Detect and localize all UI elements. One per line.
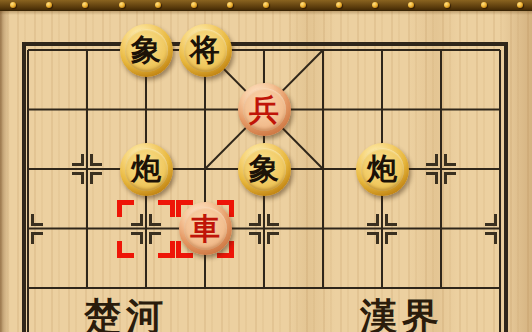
- board-point[interactable]: [294, 199, 353, 259]
- board-point[interactable]: [176, 258, 235, 318]
- last-move-highlight: [117, 200, 175, 258]
- board-point[interactable]: 兵: [235, 80, 294, 140]
- marker-corner: [444, 172, 456, 184]
- piece-glyph: 象: [125, 29, 168, 72]
- nail-icon: [372, 2, 378, 8]
- board: 象将兵炮象炮車: [0, 20, 530, 318]
- marker-corner: [72, 172, 84, 184]
- nail-icon: [10, 2, 16, 8]
- nail-icon: [82, 2, 88, 8]
- board-point[interactable]: 将: [176, 20, 235, 80]
- board-point[interactable]: [176, 139, 235, 199]
- board-point[interactable]: [0, 20, 58, 80]
- point-marker-icon: [425, 153, 457, 185]
- board-point[interactable]: [294, 258, 353, 318]
- piece-black-cannon[interactable]: 炮: [120, 143, 173, 196]
- board-point[interactable]: [471, 80, 530, 140]
- marker-corner: [367, 214, 379, 226]
- nail-icon: [263, 2, 269, 8]
- board-point[interactable]: [0, 199, 58, 259]
- piece-black-elephant[interactable]: 象: [120, 24, 173, 77]
- board-point[interactable]: [471, 199, 530, 259]
- marker-corner: [90, 154, 102, 166]
- board-point[interactable]: [0, 80, 58, 140]
- marker-corner: [485, 232, 497, 244]
- board-point[interactable]: [0, 258, 58, 318]
- board-point[interactable]: [471, 139, 530, 199]
- marker-corner: [367, 232, 379, 244]
- marker-corner: [385, 232, 397, 244]
- board-point[interactable]: [235, 20, 294, 80]
- board-point[interactable]: [412, 20, 471, 80]
- board-point[interactable]: [471, 258, 530, 318]
- marker-corner: [267, 232, 279, 244]
- piece-red-soldier[interactable]: 兵: [238, 83, 291, 136]
- nail-icon: [46, 2, 52, 8]
- board-point[interactable]: [117, 80, 176, 140]
- board-point[interactable]: [412, 199, 471, 259]
- piece-glyph: 炮: [361, 148, 404, 191]
- point-marker-icon: [484, 213, 516, 245]
- decorative-nail-bar: [0, 0, 532, 11]
- marker-corner: [426, 154, 438, 166]
- board-point[interactable]: [471, 20, 530, 80]
- piece-glyph: 炮: [125, 148, 168, 191]
- nail-icon: [191, 2, 197, 8]
- board-point[interactable]: 炮: [353, 139, 412, 199]
- highlight-corner: [158, 241, 175, 258]
- board-point[interactable]: 象: [235, 139, 294, 199]
- board-point[interactable]: [235, 258, 294, 318]
- board-point[interactable]: 炮: [117, 139, 176, 199]
- marker-corner: [90, 172, 102, 184]
- board-point[interactable]: [58, 80, 117, 140]
- marker-corner: [385, 214, 397, 226]
- board-point[interactable]: [353, 80, 412, 140]
- piece-red-chariot[interactable]: 車: [179, 202, 232, 255]
- board-point[interactable]: [58, 20, 117, 80]
- point-marker-icon: [12, 213, 44, 245]
- piece-glyph: 兵: [243, 88, 286, 131]
- board-point[interactable]: 車: [176, 199, 235, 259]
- marker-corner: [31, 214, 43, 226]
- board-point[interactable]: [176, 80, 235, 140]
- nail-icon: [227, 2, 233, 8]
- nail-icon: [119, 2, 125, 8]
- marker-corner: [31, 232, 43, 244]
- highlight-corner: [158, 200, 175, 217]
- nail-icon: [444, 2, 450, 8]
- board-point[interactable]: [412, 139, 471, 199]
- board-point[interactable]: [294, 20, 353, 80]
- piece-black-general[interactable]: 将: [179, 24, 232, 77]
- nail-icon: [336, 2, 342, 8]
- board-point[interactable]: [58, 139, 117, 199]
- marker-corner: [426, 172, 438, 184]
- point-marker-icon: [71, 153, 103, 185]
- nail-icon: [517, 2, 523, 8]
- piece-black-elephant[interactable]: 象: [238, 143, 291, 196]
- board-point[interactable]: [412, 80, 471, 140]
- board-point[interactable]: [58, 199, 117, 259]
- highlight-corner: [117, 241, 134, 258]
- river-label-left: 楚河: [84, 292, 168, 332]
- marker-corner: [249, 214, 261, 226]
- highlight-corner: [117, 200, 134, 217]
- board-point[interactable]: [353, 199, 412, 259]
- marker-corner: [267, 214, 279, 226]
- nail-icon: [155, 2, 161, 8]
- board-point[interactable]: [235, 199, 294, 259]
- nail-icon: [300, 2, 306, 8]
- board-point[interactable]: [0, 139, 58, 199]
- marker-corner: [72, 154, 84, 166]
- piece-glyph: 象: [243, 148, 286, 191]
- nail-icon: [408, 2, 414, 8]
- marker-corner: [444, 154, 456, 166]
- river-label-right: 漢界: [360, 292, 444, 332]
- piece-glyph: 車: [184, 207, 227, 250]
- nail-icon: [481, 2, 487, 8]
- xiangqi-app: 象将兵炮象炮車 楚河 漢界: [0, 0, 532, 332]
- point-marker-icon: [248, 213, 280, 245]
- board-point[interactable]: [117, 199, 176, 259]
- board-point[interactable]: [294, 139, 353, 199]
- point-marker-icon: [366, 213, 398, 245]
- board-point[interactable]: 象: [117, 20, 176, 80]
- board-point[interactable]: [294, 80, 353, 140]
- marker-corner: [249, 232, 261, 244]
- marker-corner: [485, 214, 497, 226]
- piece-glyph: 将: [184, 29, 227, 72]
- piece-black-cannon[interactable]: 炮: [356, 143, 409, 196]
- board-point[interactable]: [353, 20, 412, 80]
